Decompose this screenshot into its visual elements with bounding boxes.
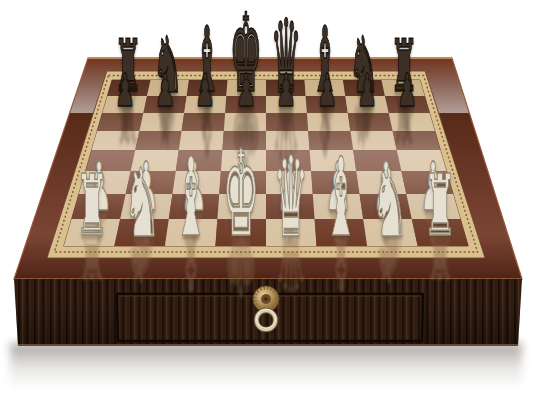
chess-set-photo: ♜♜♞♞♝♝♚♚♛♛♝♝♞♞♜♜♟♟♟♟♟♟♟♟♟♟♟♟♟♟♟♟♟♟♟♟♟♟♟♟…: [0, 0, 533, 397]
chess-board: [0, 0, 533, 397]
gloss-sheen: [64, 80, 468, 246]
